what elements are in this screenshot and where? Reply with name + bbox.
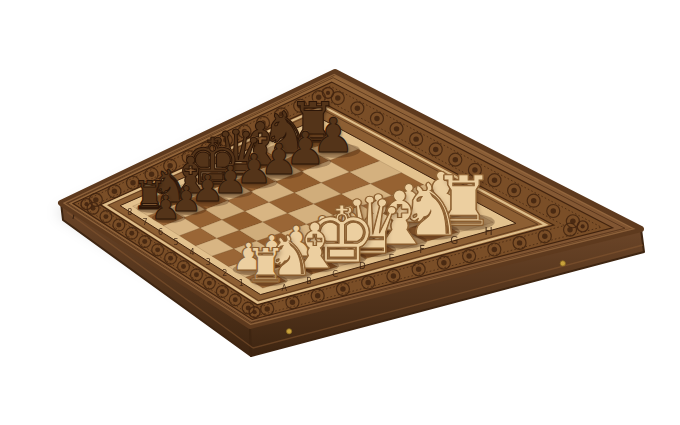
rank-label: 1 bbox=[239, 279, 244, 288]
rank-label: 5 bbox=[174, 238, 179, 247]
rank-label: 7 bbox=[142, 218, 147, 227]
file-label: C bbox=[332, 269, 338, 279]
rank-label: 3 bbox=[206, 258, 211, 267]
brass-pin bbox=[287, 329, 292, 334]
brass-pin bbox=[560, 261, 565, 266]
chess-board: ABCDEFGH12345678 bbox=[0, 0, 680, 425]
rank-label: 4 bbox=[190, 248, 195, 257]
rank-label: 8 bbox=[127, 208, 132, 217]
chess-set-photo: ABCDEFGH12345678 ♜♟♞♝♟♛♟♚♟♝♟♞♟♜♟♟♟♟♜♟♞♟♝… bbox=[0, 0, 680, 425]
rank-label: 2 bbox=[222, 269, 227, 278]
file-label: A bbox=[282, 284, 288, 293]
file-label: B bbox=[306, 277, 312, 286]
rank-label: 6 bbox=[158, 228, 163, 237]
file-label: D bbox=[359, 261, 366, 271]
